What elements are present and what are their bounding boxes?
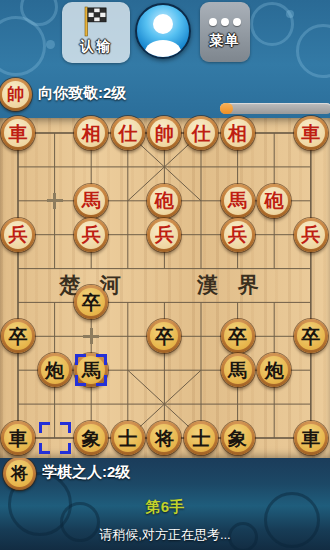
piece-char: 車 bbox=[297, 119, 325, 147]
piece-black-将[interactable]: 将 bbox=[147, 421, 181, 455]
player-badge-char: 将 bbox=[6, 460, 33, 487]
background-decoration bbox=[286, 10, 294, 18]
piece-black-卒[interactable]: 卒 bbox=[221, 319, 255, 353]
player-name: 学棋之人:2级 bbox=[42, 463, 130, 482]
background-decoration bbox=[46, 40, 55, 49]
piece-black-士[interactable]: 士 bbox=[184, 421, 218, 455]
piece-char: 象 bbox=[77, 424, 105, 452]
opponent-name: 向你致敬:2级 bbox=[38, 84, 126, 103]
piece-char: 車 bbox=[4, 424, 32, 452]
background-decoration bbox=[296, 24, 330, 78]
piece-black-卒[interactable]: 卒 bbox=[294, 319, 328, 353]
piece-char: 卒 bbox=[297, 322, 325, 350]
piece-char: 車 bbox=[4, 119, 32, 147]
player-piece-badge: 将 bbox=[3, 458, 36, 490]
piece-red-車[interactable]: 車 bbox=[1, 116, 35, 150]
bottom-panel: 将 学棋之人:2级 第6手 请稍候,对方正在思考... bbox=[0, 458, 330, 550]
top-bar: 认输 菜单 帥 向你致敬:2级 bbox=[0, 0, 330, 118]
piece-red-砲[interactable]: 砲 bbox=[257, 184, 291, 218]
piece-char: 卒 bbox=[77, 288, 105, 316]
piece-char: 相 bbox=[224, 119, 252, 147]
piece-char: 仕 bbox=[187, 119, 215, 147]
piece-char: 兵 bbox=[224, 221, 252, 249]
piece-char: 象 bbox=[224, 424, 252, 452]
background-decoration bbox=[20, 0, 58, 26]
piece-char: 将 bbox=[150, 424, 178, 452]
piece-black-車[interactable]: 車 bbox=[294, 421, 328, 455]
menu-button-label: 菜单 bbox=[209, 32, 241, 50]
piece-black-炮[interactable]: 炮 bbox=[38, 353, 72, 387]
piece-char: 馬 bbox=[224, 187, 252, 215]
xiangqi-board[interactable]: 楚 河 漢 界 車相仕帥仕相車馬砲馬砲兵兵兵兵兵卒卒卒卒卒炮馬馬炮車象士将士象車 bbox=[0, 118, 330, 458]
point-cross-marker bbox=[47, 193, 63, 209]
piece-char: 卒 bbox=[150, 322, 178, 350]
piece-black-象[interactable]: 象 bbox=[221, 421, 255, 455]
piece-char: 仕 bbox=[114, 119, 142, 147]
piece-red-帥[interactable]: 帥 bbox=[147, 116, 181, 150]
piece-char: 兵 bbox=[77, 221, 105, 249]
resign-button[interactable]: 认输 bbox=[62, 2, 130, 63]
status-message: 请稍候,对方正在思考... bbox=[0, 526, 330, 544]
background-decoration bbox=[0, 16, 46, 76]
piece-char: 卒 bbox=[224, 322, 252, 350]
piece-black-馬[interactable]: 馬 bbox=[221, 353, 255, 387]
piece-red-砲[interactable]: 砲 bbox=[147, 184, 181, 218]
piece-black-炮[interactable]: 炮 bbox=[257, 353, 291, 387]
piece-char: 卒 bbox=[4, 322, 32, 350]
piece-black-象[interactable]: 象 bbox=[74, 421, 108, 455]
piece-char: 兵 bbox=[297, 221, 325, 249]
piece-char: 炮 bbox=[260, 356, 288, 384]
timer-progress-fill bbox=[220, 103, 233, 114]
menu-button[interactable]: 菜单 bbox=[200, 2, 250, 62]
piece-char: 砲 bbox=[150, 187, 178, 215]
piece-black-卒[interactable]: 卒 bbox=[1, 319, 35, 353]
opponent-piece-badge: 帥 bbox=[0, 78, 32, 111]
piece-red-兵[interactable]: 兵 bbox=[147, 218, 181, 252]
piece-red-相[interactable]: 相 bbox=[221, 116, 255, 150]
piece-red-仕[interactable]: 仕 bbox=[184, 116, 218, 150]
avatar-button[interactable] bbox=[135, 3, 191, 59]
piece-red-兵[interactable]: 兵 bbox=[1, 218, 35, 252]
piece-char: 馬 bbox=[77, 187, 105, 215]
piece-char: 士 bbox=[187, 424, 215, 452]
piece-red-兵[interactable]: 兵 bbox=[294, 218, 328, 252]
piece-char: 兵 bbox=[150, 221, 178, 249]
app-screen: 认输 菜单 帥 向你致敬:2级 bbox=[0, 0, 330, 550]
last-move-marker bbox=[75, 354, 107, 386]
piece-red-仕[interactable]: 仕 bbox=[111, 116, 145, 150]
piece-red-相[interactable]: 相 bbox=[74, 116, 108, 150]
person-icon bbox=[145, 40, 181, 59]
piece-char: 車 bbox=[297, 424, 325, 452]
piece-black-卒[interactable]: 卒 bbox=[147, 319, 181, 353]
piece-red-兵[interactable]: 兵 bbox=[74, 218, 108, 252]
background-decoration bbox=[250, 2, 294, 46]
piece-red-馬[interactable]: 馬 bbox=[221, 184, 255, 218]
piece-black-卒[interactable]: 卒 bbox=[74, 285, 108, 319]
piece-char: 砲 bbox=[260, 187, 288, 215]
move-counter: 第6手 bbox=[0, 498, 330, 517]
piece-char: 馬 bbox=[224, 356, 252, 384]
piece-red-兵[interactable]: 兵 bbox=[221, 218, 255, 252]
piece-char: 兵 bbox=[4, 221, 32, 249]
piece-char: 炮 bbox=[41, 356, 69, 384]
piece-red-車[interactable]: 車 bbox=[294, 116, 328, 150]
opponent-badge-char: 帥 bbox=[2, 81, 29, 108]
point-cross-marker bbox=[83, 328, 99, 344]
three-dots-icon bbox=[209, 18, 241, 26]
person-icon bbox=[153, 14, 173, 34]
opponent-timer-bar bbox=[220, 103, 330, 114]
last-move-marker bbox=[39, 422, 71, 454]
piece-black-士[interactable]: 士 bbox=[111, 421, 145, 455]
piece-char: 帥 bbox=[150, 119, 178, 147]
piece-black-車[interactable]: 車 bbox=[1, 421, 35, 455]
piece-char: 相 bbox=[77, 119, 105, 147]
piece-red-馬[interactable]: 馬 bbox=[74, 184, 108, 218]
checkered-flag-icon bbox=[81, 5, 111, 38]
piece-char: 士 bbox=[114, 424, 142, 452]
resign-button-label: 认输 bbox=[80, 38, 112, 56]
pieces-layer: 車相仕帥仕相車馬砲馬砲兵兵兵兵兵卒卒卒卒卒炮馬馬炮車象士将士象車 bbox=[0, 118, 330, 458]
